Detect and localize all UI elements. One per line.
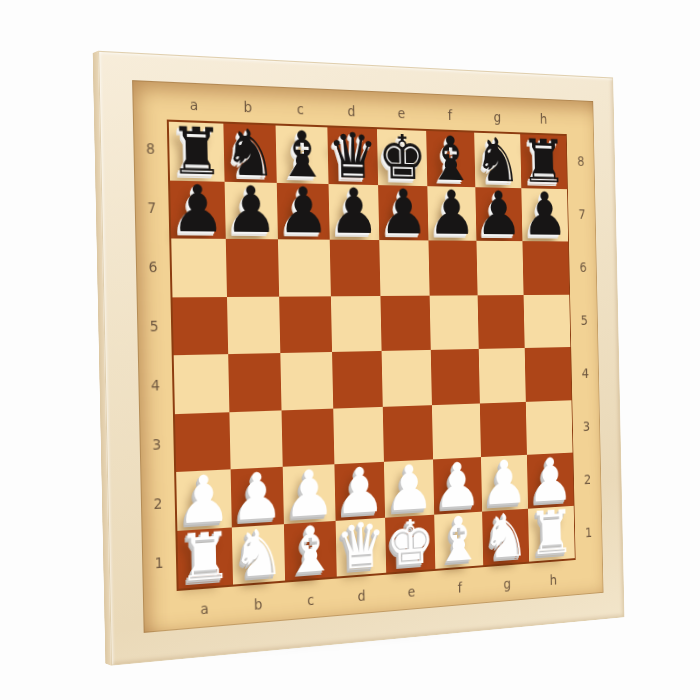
square-f6 [428,240,477,295]
rank-label-left-6: 6 [135,237,170,296]
piece-white-pawn-e2: ♟ [384,459,434,515]
file-label-bottom-e: e [386,581,435,601]
piece-black-bishop-c8: ♝ [275,126,328,182]
piece-black-pawn-a7: ♟ [170,180,225,237]
square-c5 [279,295,332,352]
square-f5 [429,294,478,349]
file-label-top-g: g [473,108,520,125]
piece-black-pawn-h7: ♟ [521,188,567,240]
file-labels-bottom: abcdefgh [176,559,576,629]
file-label-top-c: c [274,99,326,117]
rank-labels-left: 87654321 [132,118,176,593]
square-b1: ♞ [231,523,285,584]
rank-label-left-1: 1 [141,532,176,594]
square-g7: ♟ [474,186,522,240]
piece-white-queen-d1: ♛ [335,517,386,575]
square-g6 [476,240,524,294]
square-d4 [331,350,382,407]
piece-white-pawn-a2: ♟ [176,469,231,528]
file-label-bottom-b: b [231,593,284,614]
piece-black-rook-a8: ♜ [168,122,223,180]
rank-label-left-2: 2 [140,473,175,534]
square-h8: ♜ [520,134,567,188]
square-b6 [225,238,279,296]
piece-black-pawn-e7: ♟ [378,185,428,239]
file-label-top-h: h [520,110,566,127]
rank-label-right-6: 6 [568,240,596,293]
photo-scene: abcdefgh abcdefgh 87654321 87654321 ♜♞♝♛… [0,0,700,700]
square-g1: ♞ [481,508,529,565]
square-b8: ♞ [222,123,276,182]
square-h7: ♟ [521,187,567,241]
file-label-bottom-f: f [435,577,483,597]
square-a2: ♟ [176,469,231,530]
piece-white-knight-b1: ♞ [231,524,285,583]
square-a1: ♜ [177,526,232,588]
square-b3 [228,409,282,468]
piece-white-pawn-b2: ♟ [230,467,284,526]
rank-label-right-3: 3 [572,399,600,453]
square-h2: ♟ [527,452,573,508]
square-h6 [522,241,568,294]
wooden-frame: abcdefgh abcdefgh 87654321 87654321 ♜♞♝♛… [98,50,625,665]
rank-label-left-5: 5 [136,296,171,356]
square-h5 [523,294,569,348]
rank-label-left-8: 8 [132,118,167,178]
square-e6 [379,240,429,295]
square-e8: ♚ [377,129,427,186]
piece-black-bishop-f8: ♝ [426,131,475,185]
piece-black-knight-b8: ♞ [222,124,276,181]
piece-black-rook-h8: ♜ [520,134,566,187]
square-a4 [173,354,228,413]
rank-label-right-2: 2 [573,452,601,507]
square-a8: ♜ [168,121,223,181]
square-c7: ♟ [276,182,329,239]
chess-demo-board: abcdefgh abcdefgh 87654321 87654321 ♜♞♝♛… [98,50,625,665]
rank-label-right-4: 4 [571,346,599,400]
file-label-top-b: b [220,97,274,116]
file-label-bottom-g: g [483,573,530,592]
piece-white-pawn-c2: ♟ [282,464,334,522]
square-a3 [174,411,229,471]
square-b7: ♟ [224,181,278,239]
piece-black-pawn-g7: ♟ [474,187,522,240]
square-c3 [281,408,334,467]
file-label-top-f: f [425,106,473,124]
square-f2: ♟ [433,457,482,514]
piece-white-knight-g1: ♞ [481,508,529,564]
square-d8: ♛ [327,127,378,184]
square-g4 [478,347,526,402]
rank-label-left-7: 7 [134,177,169,237]
square-c1: ♝ [284,520,336,580]
piece-white-rook-h1: ♜ [528,505,574,560]
rank-label-right-8: 8 [566,134,594,188]
square-e7: ♟ [378,184,428,240]
piece-black-king-e8: ♚ [377,129,427,184]
square-d1: ♛ [335,517,386,576]
square-g2: ♟ [480,454,528,510]
file-label-top-d: d [325,102,376,120]
piece-black-pawn-f7: ♟ [427,186,476,240]
square-h3 [525,399,571,454]
piece-white-rook-a1: ♜ [177,527,232,587]
piece-white-pawn-d2: ♟ [334,462,385,519]
square-c4 [280,351,333,409]
square-h4 [524,347,570,401]
square-a6 [171,238,226,296]
square-d3 [333,406,384,464]
square-c2: ♟ [282,464,335,523]
square-c6 [278,239,331,296]
square-d2: ♟ [334,461,385,520]
piece-white-bishop-f1: ♝ [434,511,483,567]
piece-white-bishop-c1: ♝ [284,520,336,579]
square-b2: ♟ [230,466,284,526]
square-f7: ♟ [427,185,476,240]
square-d7: ♟ [328,183,379,240]
square-b5 [226,296,280,354]
square-a7: ♟ [169,180,224,239]
rank-label-left-3: 3 [139,414,174,475]
square-g5 [477,294,525,348]
square-e4 [381,349,431,405]
piece-black-queen-d8: ♛ [327,127,378,183]
square-g3 [479,401,527,457]
file-label-bottom-d: d [336,585,387,605]
file-label-bottom-h: h [530,569,576,588]
square-e5 [380,295,430,351]
square-c8: ♝ [275,125,328,183]
square-h1: ♜ [528,505,574,561]
file-label-bottom-c: c [284,589,336,610]
square-b4 [227,353,281,412]
piece-white-pawn-h2: ♟ [527,453,573,507]
perspective-wrapper: abcdefgh abcdefgh 87654321 87654321 ♜♞♝♛… [0,0,700,700]
rank-label-left-4: 4 [137,355,172,415]
piece-black-knight-g8: ♞ [473,133,521,187]
square-d5 [330,295,381,351]
rank-label-right-7: 7 [567,187,595,240]
rank-label-right-1: 1 [574,505,602,560]
square-a5 [172,296,227,355]
square-e3 [383,404,433,461]
checkerboard: ♜♞♝♛♚♝♞♜♟♟♟♟♟♟♟♟♟♟♟♟♟♟♟♟♜♞♝♛♚♝♞♜ [166,119,575,591]
square-e2: ♟ [384,459,434,517]
square-f3 [431,403,480,459]
piece-black-pawn-b7: ♟ [224,181,278,237]
square-e1: ♚ [385,514,435,573]
file-label-bottom-a: a [176,597,231,618]
rank-label-right-5: 5 [570,293,598,346]
file-label-top-e: e [376,104,426,122]
piece-black-pawn-c7: ♟ [276,182,329,238]
piece-black-pawn-d7: ♟ [328,184,379,239]
square-f1: ♝ [434,511,483,569]
piece-white-pawn-f2: ♟ [433,457,482,513]
file-labels-top: abcdefgh [165,81,566,133]
square-d6 [329,239,380,295]
piece-white-pawn-g2: ♟ [480,455,528,510]
file-label-top-a: a [166,95,221,114]
square-g8: ♞ [473,132,521,187]
square-f8: ♝ [426,130,475,186]
piece-white-king-e1: ♚ [385,514,435,571]
square-f4 [430,348,479,404]
board-surface: abcdefgh abcdefgh 87654321 87654321 ♜♞♝♛… [132,80,603,633]
